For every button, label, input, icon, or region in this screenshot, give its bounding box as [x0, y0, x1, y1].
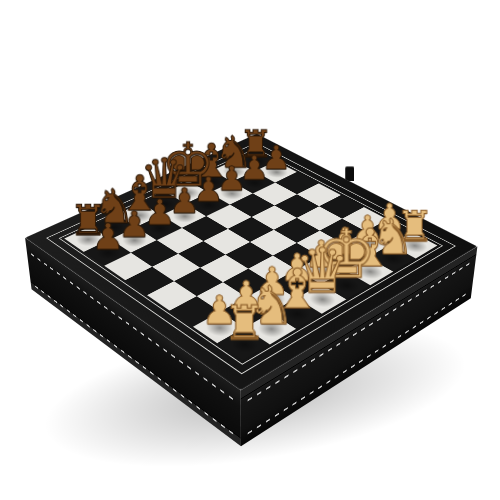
square-a1: ♜	[217, 328, 270, 361]
box-clasp-tab	[345, 166, 354, 181]
piece-glyph: ♜	[210, 300, 278, 347]
piece-glyph: ♟	[77, 219, 138, 255]
scene: ♜♞♝♛♚♝♞♜♟♟♟♟♟♟♟♟♟♟♟♟♟♟♟♟♜♞♝♛♚♝♞♜	[0, 0, 500, 500]
chess-storage-box: ♜♞♝♛♚♝♞♜♟♟♟♟♟♟♟♟♟♟♟♟♟♟♟♟♜♞♝♛♚♝♞♜	[25, 134, 477, 391]
product-photo: ♜♞♝♛♚♝♞♜♟♟♟♟♟♟♟♟♟♟♟♟♟♟♟♟♜♞♝♛♚♝♞♜	[0, 0, 500, 500]
